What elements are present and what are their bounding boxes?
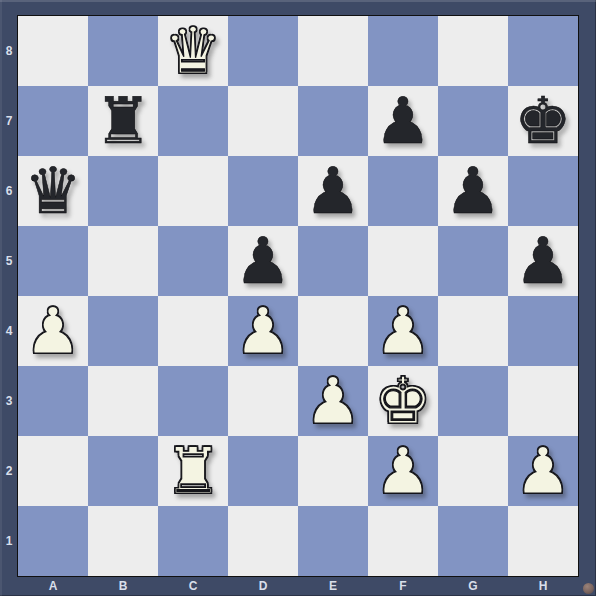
square-g8[interactable] bbox=[438, 16, 508, 86]
square-g6[interactable]: ♟ bbox=[438, 156, 508, 226]
square-d8[interactable] bbox=[228, 16, 298, 86]
square-c6[interactable] bbox=[158, 156, 228, 226]
square-g4[interactable] bbox=[438, 296, 508, 366]
square-d6[interactable] bbox=[228, 156, 298, 226]
file-label-b: B bbox=[88, 576, 158, 596]
square-h2[interactable]: ♟ bbox=[508, 436, 578, 506]
square-c4[interactable] bbox=[158, 296, 228, 366]
piece-white-queen[interactable]: ♛ bbox=[164, 19, 221, 83]
status-indicator-dot bbox=[583, 583, 594, 594]
piece-black-queen[interactable]: ♛ bbox=[24, 159, 81, 223]
square-d4[interactable]: ♟ bbox=[228, 296, 298, 366]
square-a5[interactable] bbox=[18, 226, 88, 296]
rank-label-6: 6 bbox=[0, 156, 18, 226]
square-g3[interactable] bbox=[438, 366, 508, 436]
square-a7[interactable] bbox=[18, 86, 88, 156]
file-label-g: G bbox=[438, 576, 508, 596]
square-a4[interactable]: ♟ bbox=[18, 296, 88, 366]
piece-black-pawn[interactable]: ♟ bbox=[514, 229, 571, 293]
square-f5[interactable] bbox=[368, 226, 438, 296]
square-d1[interactable] bbox=[228, 506, 298, 576]
piece-white-pawn[interactable]: ♟ bbox=[514, 439, 571, 503]
square-e6[interactable]: ♟ bbox=[298, 156, 368, 226]
square-h4[interactable] bbox=[508, 296, 578, 366]
file-label-c: C bbox=[158, 576, 228, 596]
square-c2[interactable]: ♜ bbox=[158, 436, 228, 506]
square-h1[interactable] bbox=[508, 506, 578, 576]
file-label-f: F bbox=[368, 576, 438, 596]
piece-black-pawn[interactable]: ♟ bbox=[304, 159, 361, 223]
square-b1[interactable] bbox=[88, 506, 158, 576]
square-e1[interactable] bbox=[298, 506, 368, 576]
square-b4[interactable] bbox=[88, 296, 158, 366]
chess-board: ♛♜♟♚♛♟♟♟♟♟♟♟♟♚♜♟♟ bbox=[18, 16, 578, 576]
square-h5[interactable]: ♟ bbox=[508, 226, 578, 296]
square-h7[interactable]: ♚ bbox=[508, 86, 578, 156]
square-f1[interactable] bbox=[368, 506, 438, 576]
square-h8[interactable] bbox=[508, 16, 578, 86]
square-b2[interactable] bbox=[88, 436, 158, 506]
square-c3[interactable] bbox=[158, 366, 228, 436]
square-a8[interactable] bbox=[18, 16, 88, 86]
file-label-h: H bbox=[508, 576, 578, 596]
piece-black-rook[interactable]: ♜ bbox=[94, 89, 151, 153]
square-b5[interactable] bbox=[88, 226, 158, 296]
rank-label-1: 1 bbox=[0, 506, 18, 576]
square-f3[interactable]: ♚ bbox=[368, 366, 438, 436]
square-f7[interactable]: ♟ bbox=[368, 86, 438, 156]
rank-label-2: 2 bbox=[0, 436, 18, 506]
square-a1[interactable] bbox=[18, 506, 88, 576]
rank-label-8: 8 bbox=[0, 16, 18, 86]
square-g7[interactable] bbox=[438, 86, 508, 156]
square-b7[interactable]: ♜ bbox=[88, 86, 158, 156]
square-f4[interactable]: ♟ bbox=[368, 296, 438, 366]
square-f8[interactable] bbox=[368, 16, 438, 86]
square-g5[interactable] bbox=[438, 226, 508, 296]
file-label-d: D bbox=[228, 576, 298, 596]
piece-white-pawn[interactable]: ♟ bbox=[304, 369, 361, 433]
square-a3[interactable] bbox=[18, 366, 88, 436]
chess-board-window: ♛♜♟♚♛♟♟♟♟♟♟♟♟♚♜♟♟ 87654321 ABCDEFGH bbox=[0, 0, 596, 596]
square-c8[interactable]: ♛ bbox=[158, 16, 228, 86]
piece-black-king[interactable]: ♚ bbox=[514, 89, 571, 153]
square-c7[interactable] bbox=[158, 86, 228, 156]
square-d7[interactable] bbox=[228, 86, 298, 156]
square-e3[interactable]: ♟ bbox=[298, 366, 368, 436]
piece-white-rook[interactable]: ♜ bbox=[164, 439, 221, 503]
square-a6[interactable]: ♛ bbox=[18, 156, 88, 226]
square-b6[interactable] bbox=[88, 156, 158, 226]
file-label-e: E bbox=[298, 576, 368, 596]
square-d2[interactable] bbox=[228, 436, 298, 506]
square-b8[interactable] bbox=[88, 16, 158, 86]
square-a2[interactable] bbox=[18, 436, 88, 506]
square-e5[interactable] bbox=[298, 226, 368, 296]
piece-black-pawn[interactable]: ♟ bbox=[234, 229, 291, 293]
rank-label-4: 4 bbox=[0, 296, 18, 366]
piece-black-pawn[interactable]: ♟ bbox=[444, 159, 501, 223]
square-f2[interactable]: ♟ bbox=[368, 436, 438, 506]
square-g2[interactable] bbox=[438, 436, 508, 506]
square-b3[interactable] bbox=[88, 366, 158, 436]
square-e8[interactable] bbox=[298, 16, 368, 86]
piece-black-pawn[interactable]: ♟ bbox=[374, 89, 431, 153]
square-f6[interactable] bbox=[368, 156, 438, 226]
rank-label-3: 3 bbox=[0, 366, 18, 436]
square-h3[interactable] bbox=[508, 366, 578, 436]
square-c1[interactable] bbox=[158, 506, 228, 576]
rank-label-7: 7 bbox=[0, 86, 18, 156]
piece-white-pawn[interactable]: ♟ bbox=[374, 299, 431, 363]
square-h6[interactable] bbox=[508, 156, 578, 226]
square-c5[interactable] bbox=[158, 226, 228, 296]
square-e4[interactable] bbox=[298, 296, 368, 366]
square-d3[interactable] bbox=[228, 366, 298, 436]
file-label-a: A bbox=[18, 576, 88, 596]
piece-white-pawn[interactable]: ♟ bbox=[24, 299, 81, 363]
piece-white-king[interactable]: ♚ bbox=[374, 369, 431, 433]
square-d5[interactable]: ♟ bbox=[228, 226, 298, 296]
piece-white-pawn[interactable]: ♟ bbox=[234, 299, 291, 363]
square-e2[interactable] bbox=[298, 436, 368, 506]
piece-white-pawn[interactable]: ♟ bbox=[374, 439, 431, 503]
square-g1[interactable] bbox=[438, 506, 508, 576]
rank-label-5: 5 bbox=[0, 226, 18, 296]
square-e7[interactable] bbox=[298, 86, 368, 156]
